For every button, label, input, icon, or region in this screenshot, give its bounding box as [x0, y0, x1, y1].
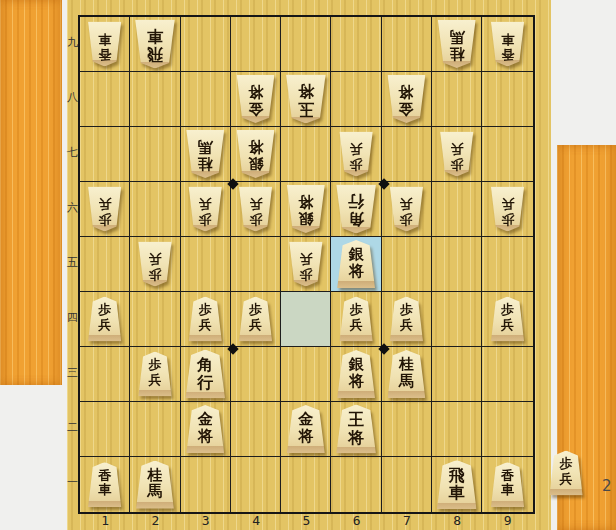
cell-4-四[interactable]: 歩兵: [231, 292, 281, 347]
piece-pawn-sente[interactable]: 歩兵: [288, 242, 324, 287]
piece-knight-sente[interactable]: 桂馬: [436, 20, 477, 68]
cell-1-七[interactable]: [80, 127, 130, 182]
cell-8-二[interactable]: [432, 402, 482, 457]
board-grid: 香車飛車桂馬香車金将玉将金将桂馬銀将歩兵歩兵歩兵歩兵歩兵銀将角行歩兵歩兵歩兵歩兵…: [80, 17, 533, 512]
piece-pawn-gote[interactable]: 歩兵: [87, 297, 123, 342]
cell-9-九[interactable]: 香車: [482, 17, 532, 72]
piece-pawn-sente[interactable]: 歩兵: [388, 187, 424, 232]
cell-5-一[interactable]: [281, 457, 331, 512]
rank-label-一: 一: [67, 455, 78, 510]
cell-6-一[interactable]: [331, 457, 381, 512]
piece-lance-gote[interactable]: 香車: [87, 462, 123, 507]
cell-1-五[interactable]: [80, 237, 130, 292]
cell-3-二[interactable]: 金将: [181, 402, 231, 457]
piece-rook-sente[interactable]: 飛車: [133, 20, 176, 69]
hand-pawn-wrap: 歩兵: [548, 451, 584, 496]
piece-pawn-sente[interactable]: 歩兵: [238, 187, 274, 232]
piece-silver-gote[interactable]: 銀将: [336, 350, 377, 398]
cell-4-五[interactable]: [231, 237, 281, 292]
cell-2-四[interactable]: [130, 292, 180, 347]
cell-9-二[interactable]: [482, 402, 532, 457]
cell-9-五[interactable]: [482, 237, 532, 292]
cell-2-九[interactable]: 飛車: [130, 17, 180, 72]
cell-4-七[interactable]: 銀将: [231, 127, 281, 182]
cell-1-一[interactable]: 香車: [80, 457, 130, 512]
cell-6-四[interactable]: 歩兵: [331, 292, 381, 347]
cell-9-一[interactable]: 香車: [482, 457, 532, 512]
rank-label-三: 三: [67, 345, 78, 400]
cell-4-一[interactable]: [231, 457, 281, 512]
cell-1-四[interactable]: 歩兵: [80, 292, 130, 347]
cell-7-六[interactable]: 歩兵: [382, 182, 432, 237]
rank-label-二: 二: [67, 400, 78, 455]
piece-lance-sente[interactable]: 香車: [490, 22, 526, 67]
cell-4-八[interactable]: 金将: [231, 72, 281, 127]
cell-3-一[interactable]: [181, 457, 231, 512]
cell-8-五[interactable]: [432, 237, 482, 292]
cell-5-三[interactable]: [281, 347, 331, 402]
piece-silver-sente[interactable]: 銀将: [235, 130, 276, 178]
cell-3-六[interactable]: 歩兵: [181, 182, 231, 237]
cell-2-七[interactable]: [130, 127, 180, 182]
piece-knight-sente[interactable]: 桂馬: [185, 130, 226, 178]
piece-pawn-sente[interactable]: 歩兵: [338, 132, 374, 177]
file-label-3: 3: [181, 513, 231, 529]
cell-8-七[interactable]: 歩兵: [432, 127, 482, 182]
board-grid-frame: 香車飛車桂馬香車金将玉将金将桂馬銀将歩兵歩兵歩兵歩兵歩兵銀将角行歩兵歩兵歩兵歩兵…: [78, 15, 535, 514]
cell-9-七[interactable]: [482, 127, 532, 182]
piece-knight-gote[interactable]: 桂馬: [134, 461, 175, 509]
cell-7-二[interactable]: [382, 402, 432, 457]
cell-7-八[interactable]: 金将: [382, 72, 432, 127]
cell-4-三[interactable]: [231, 347, 281, 402]
cell-6-三[interactable]: 銀将: [331, 347, 381, 402]
rank-label-五: 五: [67, 235, 78, 290]
cell-4-九[interactable]: [231, 17, 281, 72]
file-label-5: 5: [281, 513, 331, 529]
rank-label-九: 九: [67, 15, 78, 70]
rank-label-八: 八: [67, 70, 78, 125]
cell-2-二[interactable]: [130, 402, 180, 457]
piece-gold-sente[interactable]: 金将: [386, 75, 427, 123]
cell-1-二[interactable]: [80, 402, 130, 457]
hand-pawn-kanji: 歩兵: [548, 451, 584, 496]
piece-silver-sente[interactable]: 銀将: [285, 185, 326, 233]
piece-rook-gote[interactable]: 飛車: [435, 460, 478, 509]
cell-5-九[interactable]: [281, 17, 331, 72]
cell-3-四[interactable]: 歩兵: [181, 292, 231, 347]
file-label-7: 7: [382, 513, 432, 529]
piece-king-sente[interactable]: 玉将: [284, 75, 327, 124]
piece-pawn-gote[interactable]: 歩兵: [338, 297, 374, 342]
cell-8-六[interactable]: [432, 182, 482, 237]
hand-pawn-piece[interactable]: 歩兵: [548, 451, 584, 496]
cell-9-六[interactable]: 歩兵: [482, 182, 532, 237]
piece-pawn-sente[interactable]: 歩兵: [439, 132, 475, 177]
piece-bishop-sente[interactable]: 角行: [335, 185, 378, 234]
cell-8-九[interactable]: 桂馬: [432, 17, 482, 72]
cell-3-五[interactable]: [181, 237, 231, 292]
cell-5-二[interactable]: 金将: [281, 402, 331, 457]
cell-3-七[interactable]: 桂馬: [181, 127, 231, 182]
piece-pawn-gote[interactable]: 歩兵: [238, 297, 274, 342]
piece-pawn-sente[interactable]: 歩兵: [137, 242, 173, 287]
cell-5-七[interactable]: [281, 127, 331, 182]
file-label-1: 1: [80, 513, 130, 529]
cell-5-八[interactable]: 玉将: [281, 72, 331, 127]
piece-bishop-gote[interactable]: 角行: [184, 350, 227, 399]
cell-6-八[interactable]: [331, 72, 381, 127]
cell-8-四[interactable]: [432, 292, 482, 347]
rank-label-七: 七: [67, 125, 78, 180]
file-label-9: 9: [482, 513, 532, 529]
hand-stand-top-sente: [0, 0, 62, 385]
file-label-6: 6: [332, 513, 382, 529]
cell-2-三[interactable]: 歩兵: [130, 347, 180, 402]
cell-5-六[interactable]: 銀将: [281, 182, 331, 237]
cell-3-三[interactable]: 角行: [181, 347, 231, 402]
piece-pawn-gote[interactable]: 歩兵: [187, 297, 223, 342]
cell-8-八[interactable]: [432, 72, 482, 127]
cell-6-七[interactable]: 歩兵: [331, 127, 381, 182]
cell-7-五[interactable]: [382, 237, 432, 292]
cell-7-四[interactable]: 歩兵: [382, 292, 432, 347]
cell-7-七[interactable]: [382, 127, 432, 182]
hand-pawn-count: 2: [602, 477, 612, 495]
piece-lance-sente[interactable]: 香車: [87, 22, 123, 67]
file-label-2: 2: [130, 513, 180, 529]
cell-7-三[interactable]: 桂馬: [382, 347, 432, 402]
cell-1-三[interactable]: [80, 347, 130, 402]
piece-gold-gote[interactable]: 金将: [185, 405, 226, 453]
cell-2-六[interactable]: [130, 182, 180, 237]
file-label-8: 8: [432, 513, 482, 529]
piece-pawn-gote[interactable]: 歩兵: [490, 297, 526, 342]
cell-1-六[interactable]: 歩兵: [80, 182, 130, 237]
piece-lance-gote[interactable]: 香車: [490, 462, 526, 507]
rank-label-四: 四: [67, 290, 78, 345]
cell-8-一[interactable]: 飛車: [432, 457, 482, 512]
hand-stand-bottom-gote: 歩兵 2: [557, 145, 616, 530]
piece-silver-gote[interactable]: 銀将: [336, 240, 377, 288]
shogi-board: 九八七六五四三二一 123456789 香車飛車桂馬香車金将玉将金将桂馬銀将歩兵…: [67, 0, 551, 530]
cell-2-一[interactable]: 桂馬: [130, 457, 180, 512]
piece-gold-gote[interactable]: 金将: [285, 405, 326, 453]
cell-4-六[interactable]: 歩兵: [231, 182, 281, 237]
cell-6-二[interactable]: 王将: [331, 402, 381, 457]
piece-pawn-gote[interactable]: 歩兵: [137, 352, 173, 397]
piece-pawn-sente[interactable]: 歩兵: [187, 187, 223, 232]
cell-6-六[interactable]: 角行: [331, 182, 381, 237]
cell-5-四[interactable]: [281, 292, 331, 347]
cell-9-八[interactable]: [482, 72, 532, 127]
cell-1-九[interactable]: 香車: [80, 17, 130, 72]
cell-6-五[interactable]: 銀将: [331, 237, 381, 292]
cell-5-五[interactable]: 歩兵: [281, 237, 331, 292]
piece-knight-gote[interactable]: 桂馬: [386, 350, 427, 398]
shogi-app: 九八七六五四三二一 123456789 香車飛車桂馬香車金将玉将金将桂馬銀将歩兵…: [0, 0, 616, 530]
file-label-4: 4: [231, 513, 281, 529]
piece-pawn-gote[interactable]: 歩兵: [388, 297, 424, 342]
cell-9-四[interactable]: 歩兵: [482, 292, 532, 347]
cell-7-九[interactable]: [382, 17, 432, 72]
cell-1-八[interactable]: [80, 72, 130, 127]
cell-2-五[interactable]: 歩兵: [130, 237, 180, 292]
cell-3-九[interactable]: [181, 17, 231, 72]
rank-label-六: 六: [67, 180, 78, 235]
cell-3-八[interactable]: [181, 72, 231, 127]
cell-7-一[interactable]: [382, 457, 432, 512]
cell-2-八[interactable]: [130, 72, 180, 127]
piece-gold-sente[interactable]: 金将: [235, 75, 276, 123]
piece-pawn-sente[interactable]: 歩兵: [490, 187, 526, 232]
piece-pawn-sente[interactable]: 歩兵: [87, 187, 123, 232]
cell-8-三[interactable]: [432, 347, 482, 402]
cell-4-二[interactable]: [231, 402, 281, 457]
cell-9-三[interactable]: [482, 347, 532, 402]
cell-6-九[interactable]: [331, 17, 381, 72]
piece-king-gote[interactable]: 王将: [335, 405, 378, 454]
